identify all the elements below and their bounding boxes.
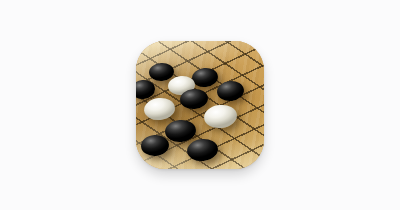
go-app-icon[interactable] (136, 41, 264, 169)
go-stone-white (202, 103, 238, 130)
go-stone-black (140, 134, 169, 157)
go-stone-black (216, 80, 245, 103)
go-stone-black (164, 119, 197, 144)
go-stone-black (185, 137, 218, 162)
go-stone-black (191, 66, 219, 88)
go-stone-black (136, 78, 156, 99)
go-stones-layer (136, 41, 264, 169)
go-board-photo (136, 41, 264, 169)
screenshot-canvas: { "game": "go", "scene": "rounded app ic… (0, 0, 400, 210)
go-stone-white (142, 96, 175, 121)
go-stone-black (179, 88, 209, 110)
